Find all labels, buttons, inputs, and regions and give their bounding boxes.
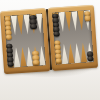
black-checker-point-17[interactable] bbox=[30, 23, 37, 29]
left-playing-field bbox=[4, 13, 46, 68]
black-checker-point-19[interactable] bbox=[53, 31, 60, 37]
right-playing-field bbox=[52, 10, 94, 65]
backgammon-case bbox=[0, 5, 98, 74]
point-4[interactable] bbox=[67, 43, 75, 63]
point-22[interactable] bbox=[71, 11, 79, 31]
point-5[interactable] bbox=[61, 44, 69, 64]
point-20[interactable] bbox=[58, 12, 66, 32]
point-11[interactable] bbox=[13, 47, 21, 67]
light-checker-point-24[interactable] bbox=[84, 15, 91, 21]
point-18[interactable] bbox=[36, 13, 44, 33]
left-board-half bbox=[0, 8, 50, 74]
point-3[interactable] bbox=[73, 43, 81, 63]
point-10[interactable] bbox=[19, 47, 27, 67]
point-15[interactable] bbox=[17, 15, 25, 35]
point-21[interactable] bbox=[65, 11, 73, 31]
light-checker-point-13[interactable] bbox=[6, 34, 13, 40]
backgammon-photo-scene bbox=[0, 0, 100, 100]
point-14[interactable] bbox=[11, 15, 19, 35]
right-board-half bbox=[48, 5, 98, 71]
